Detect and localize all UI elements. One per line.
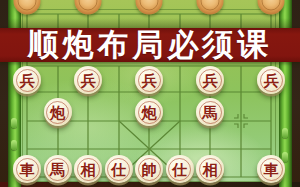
piece-red-soldier[interactable]: 兵 [135,66,163,94]
piece-red-general[interactable]: 帥 [135,155,163,183]
lesson-title: 顺炮布局必须课 [28,28,273,62]
piece-character: 馬 [203,104,218,119]
piece-character: 兵 [142,72,157,87]
piece-character: 炮 [50,104,65,119]
piece-character: 兵 [264,72,279,87]
frame-knob [11,140,17,150]
piece-red-cannon[interactable]: 炮 [135,98,163,126]
piece-red-horse[interactable]: 馬 [196,98,224,126]
piece-red-horse[interactable]: 馬 [44,155,72,183]
frame-knob [11,118,17,128]
piece-red-soldier[interactable]: 兵 [74,66,102,94]
piece-character: 車 [264,161,279,176]
piece-character: 相 [203,161,218,176]
piece-red-elephant[interactable]: 相 [196,155,224,183]
piece-character: 兵 [20,72,35,87]
piece-character: 仕 [111,161,126,176]
piece-red-chariot[interactable]: 車 [257,155,285,183]
piece-character: 兵 [81,72,96,87]
piece-character: 帥 [142,161,157,176]
piece-red-advisor[interactable]: 仕 [166,155,194,183]
piece-red-chariot[interactable]: 車 [13,155,41,183]
piece-character: 車 [20,161,35,176]
piece-red-elephant[interactable]: 相 [74,155,102,183]
piece-red-soldier[interactable]: 兵 [257,66,285,94]
piece-character: 炮 [142,104,157,119]
piece-character: 相 [81,161,96,176]
frame-knob [282,128,288,138]
piece-red-cannon[interactable]: 炮 [44,98,72,126]
piece-character: 兵 [203,72,218,87]
xiangqi-app-screenshot: 顺炮布局必须课 兵兵兵兵兵炮炮馬車馬相仕帥仕相車 [0,0,300,187]
piece-red-advisor[interactable]: 仕 [105,155,133,183]
piece-red-soldier[interactable]: 兵 [13,66,41,94]
piece-character: 仕 [172,161,187,176]
frame-knob [282,152,288,162]
lesson-title-banner: 顺炮布局必须课 [0,28,300,62]
piece-character: 馬 [50,161,65,176]
piece-red-soldier[interactable]: 兵 [196,66,224,94]
